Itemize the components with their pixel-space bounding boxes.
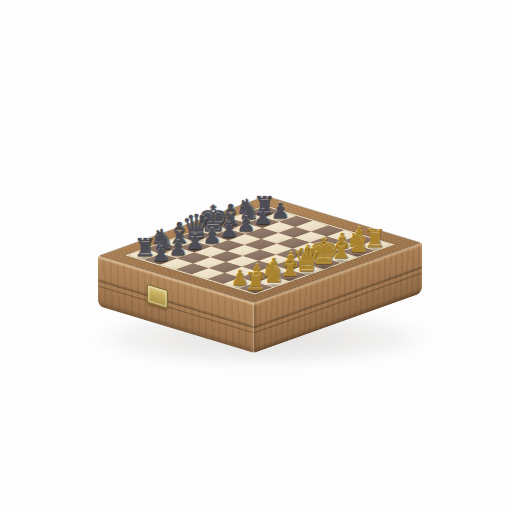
brass-clasp bbox=[147, 284, 168, 309]
product-photo-scene: ♜♞♝♛♚♝♞♜♟♟♟♟♟♟♟♟♟♟♟♟♟♟♟♟♜♞♝♛♚♝♞♜ bbox=[0, 0, 512, 512]
